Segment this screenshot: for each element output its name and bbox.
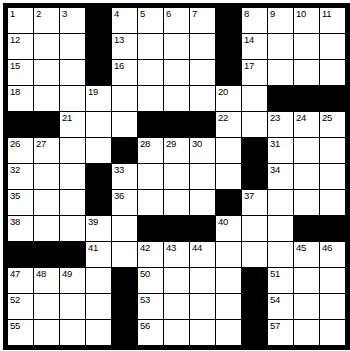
block-cell-r8c9: [216, 190, 241, 215]
white-cell-r1c13[interactable]: 11: [320, 8, 345, 33]
white-cell-r8c5[interactable]: 36: [112, 190, 137, 215]
block-cell-r1c9: [216, 8, 241, 33]
clue-number-12: 12: [10, 35, 20, 45]
white-cell-r7c3[interactable]: [60, 164, 85, 189]
white-cell-r1c7[interactable]: 6: [164, 8, 189, 33]
clue-number-55: 55: [10, 321, 20, 331]
clue-number-40: 40: [218, 217, 228, 227]
block-cell-r12c5: [112, 294, 137, 319]
white-cell-r9c10[interactable]: [242, 216, 267, 241]
block-cell-r3c4: [86, 60, 111, 85]
clue-number-32: 32: [10, 165, 20, 175]
block-cell-r6c10: [242, 138, 267, 163]
clue-number-46: 46: [322, 243, 332, 253]
white-cell-r3c3[interactable]: [60, 60, 85, 85]
white-cell-r4c10[interactable]: [242, 86, 267, 111]
white-cell-r9c5[interactable]: [112, 216, 137, 241]
white-cell-r5c12[interactable]: 24: [294, 112, 319, 137]
white-cell-r5c11[interactable]: 23: [268, 112, 293, 137]
white-cell-r10c13[interactable]: 46: [320, 242, 345, 267]
clue-number-23: 23: [270, 113, 280, 123]
block-cell-r9c13: [320, 216, 345, 241]
block-cell-r2c4: [86, 34, 111, 59]
white-cell-r3c5[interactable]: 16: [112, 60, 137, 85]
white-cell-r9c3[interactable]: [60, 216, 85, 241]
white-cell-r13c11[interactable]: 57: [268, 320, 293, 345]
white-cell-r8c2[interactable]: [34, 190, 59, 215]
white-cell-r1c2[interactable]: 2: [34, 8, 59, 33]
block-cell-r7c4: [86, 164, 111, 189]
white-cell-r10c5[interactable]: [112, 242, 137, 267]
white-cell-r12c12[interactable]: [294, 294, 319, 319]
clue-number-36: 36: [114, 191, 124, 201]
white-cell-r2c3[interactable]: [60, 34, 85, 59]
block-cell-r5c1: [8, 112, 33, 137]
white-cell-r8c6[interactable]: [138, 190, 163, 215]
clue-number-16: 16: [114, 61, 124, 71]
block-cell-r13c5: [112, 320, 137, 345]
white-cell-r1c1[interactable]: 1: [8, 8, 33, 33]
block-cell-r5c6: [138, 112, 163, 137]
crossword-screen: 1234567891011121314151617181920212223242…: [0, 0, 350, 351]
block-cell-r5c8: [190, 112, 215, 137]
white-cell-r3c12[interactable]: [294, 60, 319, 85]
white-cell-r13c1[interactable]: 55: [8, 320, 33, 345]
white-cell-r12c7[interactable]: [164, 294, 189, 319]
clue-number-57: 57: [270, 321, 280, 331]
white-cell-r10c8[interactable]: 44: [190, 242, 215, 267]
white-cell-r7c7[interactable]: [164, 164, 189, 189]
crossword-board: 1234567891011121314151617181920212223242…: [3, 3, 350, 350]
white-cell-r11c3[interactable]: 49: [60, 268, 85, 293]
clue-number-15: 15: [10, 61, 20, 71]
clue-number-30: 30: [192, 139, 202, 149]
block-cell-r9c8: [190, 216, 215, 241]
white-cell-r2c7[interactable]: [164, 34, 189, 59]
clue-number-39: 39: [88, 217, 98, 227]
white-cell-r4c2[interactable]: [34, 86, 59, 111]
white-cell-r2c12[interactable]: [294, 34, 319, 59]
clue-number-14: 14: [244, 35, 254, 45]
white-cell-r9c4[interactable]: 39: [86, 216, 111, 241]
block-cell-r13c10: [242, 320, 267, 345]
clue-number-48: 48: [36, 269, 46, 279]
white-cell-r12c2[interactable]: [34, 294, 59, 319]
clue-number-43: 43: [166, 243, 176, 253]
white-cell-r3c13[interactable]: [320, 60, 345, 85]
clue-number-44: 44: [192, 243, 202, 253]
white-cell-r10c12[interactable]: 45: [294, 242, 319, 267]
white-cell-r1c10[interactable]: 8: [242, 8, 267, 33]
block-cell-r10c2: [34, 242, 59, 267]
white-cell-r1c11[interactable]: 9: [268, 8, 293, 33]
white-cell-r8c8[interactable]: [190, 190, 215, 215]
white-cell-r5c4[interactable]: [86, 112, 111, 137]
white-cell-r12c13[interactable]: [320, 294, 345, 319]
white-cell-r11c12[interactable]: [294, 268, 319, 293]
white-cell-r5c13[interactable]: 25: [320, 112, 345, 137]
white-cell-r6c13[interactable]: [320, 138, 345, 163]
white-cell-r4c9[interactable]: 20: [216, 86, 241, 111]
white-cell-r8c3[interactable]: [60, 190, 85, 215]
clue-number-20: 20: [218, 87, 228, 97]
clue-number-21: 21: [62, 113, 72, 123]
clue-number-26: 26: [10, 139, 20, 149]
clue-number-10: 10: [296, 9, 306, 19]
white-cell-r13c3[interactable]: [60, 320, 85, 345]
clue-number-8: 8: [244, 9, 249, 19]
white-cell-r3c11[interactable]: [268, 60, 293, 85]
clue-number-41: 41: [88, 243, 98, 253]
clue-number-9: 9: [270, 9, 275, 19]
clue-number-28: 28: [140, 139, 150, 149]
white-cell-r7c9[interactable]: [216, 164, 241, 189]
clue-number-51: 51: [270, 269, 280, 279]
white-cell-r4c5[interactable]: [112, 86, 137, 111]
white-cell-r4c1[interactable]: 18: [8, 86, 33, 111]
clue-number-5: 5: [140, 9, 145, 19]
clue-number-53: 53: [140, 295, 150, 305]
white-cell-r6c9[interactable]: [216, 138, 241, 163]
white-cell-r2c11[interactable]: [268, 34, 293, 59]
white-cell-r3c2[interactable]: [34, 60, 59, 85]
white-cell-r12c11[interactable]: 54: [268, 294, 293, 319]
white-cell-r7c5[interactable]: 33: [112, 164, 137, 189]
block-cell-r9c12: [294, 216, 319, 241]
block-cell-r10c1: [8, 242, 33, 267]
white-cell-r7c8[interactable]: [190, 164, 215, 189]
block-cell-r9c7: [164, 216, 189, 241]
white-cell-r12c8[interactable]: [190, 294, 215, 319]
clue-number-6: 6: [166, 9, 171, 19]
white-cell-r13c6[interactable]: 56: [138, 320, 163, 345]
white-cell-r11c6[interactable]: 50: [138, 268, 163, 293]
clue-number-24: 24: [296, 113, 306, 123]
clue-number-52: 52: [10, 295, 20, 305]
white-cell-r4c7[interactable]: [164, 86, 189, 111]
white-cell-r3c7[interactable]: [164, 60, 189, 85]
clue-number-19: 19: [88, 87, 98, 97]
block-cell-r8c4: [86, 190, 111, 215]
white-cell-r2c1[interactable]: 12: [8, 34, 33, 59]
white-cell-r11c13[interactable]: [320, 268, 345, 293]
white-cell-r9c11[interactable]: [268, 216, 293, 241]
white-cell-r7c11[interactable]: 34: [268, 164, 293, 189]
clue-number-50: 50: [140, 269, 150, 279]
clue-number-37: 37: [244, 191, 254, 201]
white-cell-r10c4[interactable]: 41: [86, 242, 111, 267]
white-cell-r12c9[interactable]: [216, 294, 241, 319]
block-cell-r3c9: [216, 60, 241, 85]
clue-number-7: 7: [192, 9, 197, 19]
clue-number-3: 3: [62, 9, 67, 19]
white-cell-r5c3[interactable]: 21: [60, 112, 85, 137]
clue-number-11: 11: [322, 9, 331, 19]
clue-number-49: 49: [62, 269, 72, 279]
white-cell-r3c10[interactable]: 17: [242, 60, 267, 85]
white-cell-r13c8[interactable]: [190, 320, 215, 345]
white-cell-r6c2[interactable]: 27: [34, 138, 59, 163]
white-cell-r11c1[interactable]: 47: [8, 268, 33, 293]
white-cell-r6c6[interactable]: 28: [138, 138, 163, 163]
white-cell-r8c1[interactable]: 35: [8, 190, 33, 215]
white-cell-r9c2[interactable]: [34, 216, 59, 241]
white-cell-r8c11[interactable]: [268, 190, 293, 215]
white-cell-r3c1[interactable]: 15: [8, 60, 33, 85]
clue-number-34: 34: [270, 165, 280, 175]
clue-number-38: 38: [10, 217, 20, 227]
block-cell-r5c7: [164, 112, 189, 137]
white-cell-r2c13[interactable]: [320, 34, 345, 59]
white-cell-r8c12[interactable]: [294, 190, 319, 215]
white-cell-r9c9[interactable]: 40: [216, 216, 241, 241]
white-cell-r7c12[interactable]: [294, 164, 319, 189]
white-cell-r13c12[interactable]: [294, 320, 319, 345]
white-cell-r10c10[interactable]: [242, 242, 267, 267]
white-cell-r8c7[interactable]: [164, 190, 189, 215]
white-cell-r13c13[interactable]: [320, 320, 345, 345]
white-cell-r8c13[interactable]: [320, 190, 345, 215]
white-cell-r12c6[interactable]: 53: [138, 294, 163, 319]
white-cell-r2c8[interactable]: [190, 34, 215, 59]
white-cell-r11c8[interactable]: [190, 268, 215, 293]
white-cell-r6c4[interactable]: [86, 138, 111, 163]
block-cell-r1c4: [86, 8, 111, 33]
white-cell-r1c8[interactable]: 7: [190, 8, 215, 33]
clue-number-35: 35: [10, 191, 20, 201]
block-cell-r6c5: [112, 138, 137, 163]
white-cell-r7c6[interactable]: [138, 164, 163, 189]
white-cell-r10c11[interactable]: [268, 242, 293, 267]
clue-number-1: 1: [10, 9, 15, 19]
white-cell-r4c8[interactable]: [190, 86, 215, 111]
white-cell-r6c8[interactable]: 30: [190, 138, 215, 163]
block-cell-r11c5: [112, 268, 137, 293]
clue-number-25: 25: [322, 113, 332, 123]
clue-number-45: 45: [296, 243, 306, 253]
block-cell-r10c3: [60, 242, 85, 267]
white-cell-r10c9[interactable]: [216, 242, 241, 267]
white-cell-r8c10[interactable]: 37: [242, 190, 267, 215]
white-cell-r3c8[interactable]: [190, 60, 215, 85]
clue-number-17: 17: [244, 61, 254, 71]
clue-number-29: 29: [166, 139, 176, 149]
clue-number-2: 2: [36, 9, 41, 19]
white-cell-r1c3[interactable]: 3: [60, 8, 85, 33]
white-cell-r1c12[interactable]: 10: [294, 8, 319, 33]
white-cell-r5c10[interactable]: [242, 112, 267, 137]
clue-number-4: 4: [114, 9, 119, 19]
white-cell-r5c5[interactable]: [112, 112, 137, 137]
white-cell-r2c2[interactable]: [34, 34, 59, 59]
white-cell-r5c9[interactable]: 22: [216, 112, 241, 137]
white-cell-r6c1[interactable]: 26: [8, 138, 33, 163]
white-cell-r1c6[interactable]: 5: [138, 8, 163, 33]
white-cell-r11c9[interactable]: [216, 268, 241, 293]
block-cell-r12c10: [242, 294, 267, 319]
clue-number-27: 27: [36, 139, 46, 149]
clue-number-47: 47: [10, 269, 20, 279]
white-cell-r6c7[interactable]: 29: [164, 138, 189, 163]
block-cell-r4c11: [268, 86, 293, 111]
clue-number-33: 33: [114, 165, 124, 175]
white-cell-r6c11[interactable]: 31: [268, 138, 293, 163]
white-cell-r13c9[interactable]: [216, 320, 241, 345]
white-cell-r1c5[interactable]: 4: [112, 8, 137, 33]
white-cell-r11c11[interactable]: 51: [268, 268, 293, 293]
clue-number-13: 13: [114, 35, 124, 45]
clue-number-54: 54: [270, 295, 280, 305]
white-cell-r2c5[interactable]: 13: [112, 34, 137, 59]
white-cell-r10c6[interactable]: 42: [138, 242, 163, 267]
white-cell-r11c2[interactable]: 48: [34, 268, 59, 293]
white-cell-r10c7[interactable]: 43: [164, 242, 189, 267]
white-cell-r7c2[interactable]: [34, 164, 59, 189]
block-cell-r9c6: [138, 216, 163, 241]
white-cell-r4c3[interactable]: [60, 86, 85, 111]
white-cell-r9c1[interactable]: 38: [8, 216, 33, 241]
clue-number-31: 31: [270, 139, 280, 149]
white-cell-r13c4[interactable]: [86, 320, 111, 345]
white-cell-r13c7[interactable]: [164, 320, 189, 345]
white-cell-r2c6[interactable]: [138, 34, 163, 59]
clue-number-18: 18: [10, 87, 20, 97]
white-cell-r7c1[interactable]: 32: [8, 164, 33, 189]
block-cell-r5c2: [34, 112, 59, 137]
clue-number-42: 42: [140, 243, 150, 253]
white-cell-r6c3[interactable]: [60, 138, 85, 163]
white-cell-r3c6[interactable]: [138, 60, 163, 85]
white-cell-r7c13[interactable]: [320, 164, 345, 189]
white-cell-r2c10[interactable]: 14: [242, 34, 267, 59]
block-cell-r11c10: [242, 268, 267, 293]
white-cell-r4c4[interactable]: 19: [86, 86, 111, 111]
white-cell-r12c4[interactable]: [86, 294, 111, 319]
block-cell-r2c9: [216, 34, 241, 59]
block-cell-r4c12: [294, 86, 319, 111]
white-cell-r13c2[interactable]: [34, 320, 59, 345]
white-cell-r4c6[interactable]: [138, 86, 163, 111]
block-cell-r4c13: [320, 86, 345, 111]
block-cell-r7c10: [242, 164, 267, 189]
clue-number-56: 56: [140, 321, 150, 331]
white-cell-r12c3[interactable]: [60, 294, 85, 319]
white-cell-r11c4[interactable]: [86, 268, 111, 293]
white-cell-r12c1[interactable]: 52: [8, 294, 33, 319]
white-cell-r11c7[interactable]: [164, 268, 189, 293]
white-cell-r6c12[interactable]: [294, 138, 319, 163]
clue-number-22: 22: [218, 113, 228, 123]
